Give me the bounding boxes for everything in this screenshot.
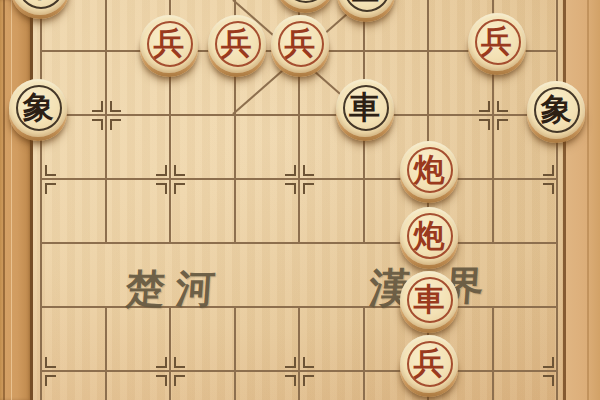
piece-black-chariot-f3[interactable]: 車 bbox=[336, 79, 394, 142]
piece-glyph: 兵 bbox=[140, 27, 198, 61]
piece-glyph: 炮 bbox=[400, 153, 458, 187]
piece-red-soldier-e2[interactable]: 兵 bbox=[271, 15, 329, 78]
piece-red-cannon-g4[interactable]: 炮 bbox=[400, 141, 458, 204]
piece-glyph: 車 bbox=[11, 0, 69, 3]
piece-glyph: 兵 bbox=[400, 347, 458, 381]
piece-red-chariot-g6[interactable]: 車 bbox=[400, 271, 458, 334]
piece-glyph: 兵 bbox=[468, 25, 526, 59]
piece-black-piece-a1[interactable]: 車 bbox=[11, 0, 69, 20]
piece-glyph: 士 bbox=[337, 0, 395, 6]
piece-glyph: 象 bbox=[527, 93, 585, 127]
piece-glyph: 兵 bbox=[271, 27, 329, 61]
piece-red-soldier-c2[interactable]: 兵 bbox=[140, 15, 198, 78]
piece-glyph: 炮 bbox=[400, 219, 458, 253]
piece-black-elephant-i3[interactable]: 象 bbox=[527, 81, 585, 144]
piece-red-soldier-g7[interactable]: 兵 bbox=[400, 335, 458, 398]
piece-glyph: 象 bbox=[9, 91, 67, 125]
river-label-chu-he: 楚河 bbox=[124, 262, 228, 316]
piece-red-cannon-g5[interactable]: 炮 bbox=[400, 207, 458, 270]
piece-red-soldier-d2[interactable]: 兵 bbox=[208, 15, 266, 78]
xiangqi-board[interactable]: 楚河 漢 界 車將士兵兵兵兵象車象炮炮車兵 bbox=[0, 0, 600, 400]
piece-glyph: 兵 bbox=[208, 27, 266, 61]
piece-glyph: 車 bbox=[400, 283, 458, 317]
piece-black-elephant-a3[interactable]: 象 bbox=[9, 79, 67, 142]
piece-black-piece-e1[interactable]: 將 bbox=[276, 0, 334, 14]
piece-glyph: 車 bbox=[336, 91, 394, 125]
piece-red-soldier-h2[interactable]: 兵 bbox=[468, 13, 526, 76]
piece-black-piece-f1[interactable]: 士 bbox=[337, 0, 395, 23]
